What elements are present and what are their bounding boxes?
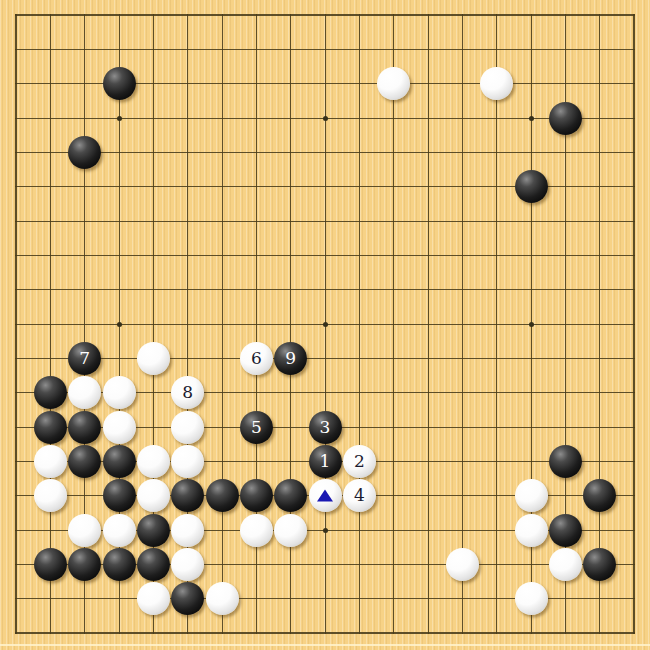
move-number-label: 6 xyxy=(240,342,273,375)
black-stone[interactable]: 7 xyxy=(68,342,101,375)
black-stone[interactable] xyxy=(34,376,67,409)
white-stone[interactable]: 8 xyxy=(171,376,204,409)
white-stone[interactable] xyxy=(34,445,67,478)
black-stone[interactable] xyxy=(103,67,136,100)
white-stone[interactable] xyxy=(68,376,101,409)
go-board[interactable]: 769853124 xyxy=(0,0,650,650)
black-stone[interactable] xyxy=(103,479,136,512)
white-stone[interactable]: 2 xyxy=(343,445,376,478)
white-stone[interactable] xyxy=(240,514,273,547)
black-stone[interactable] xyxy=(68,136,101,169)
black-stone[interactable] xyxy=(583,548,616,581)
white-stone[interactable] xyxy=(309,479,342,512)
grid-vertical-line xyxy=(359,14,360,634)
white-stone[interactable] xyxy=(206,582,239,615)
star-point xyxy=(117,322,122,327)
black-stone[interactable] xyxy=(34,411,67,444)
black-stone[interactable] xyxy=(549,445,582,478)
white-stone[interactable] xyxy=(377,67,410,100)
star-point xyxy=(323,116,328,121)
black-stone[interactable] xyxy=(137,514,170,547)
black-stone[interactable] xyxy=(206,479,239,512)
white-stone[interactable] xyxy=(103,411,136,444)
black-stone[interactable] xyxy=(68,445,101,478)
grid-vertical-line xyxy=(462,14,463,634)
star-point xyxy=(323,322,328,327)
black-stone[interactable] xyxy=(240,479,273,512)
white-stone[interactable] xyxy=(171,411,204,444)
grid-vertical-line xyxy=(633,14,635,634)
white-stone[interactable] xyxy=(103,376,136,409)
move-number-label: 3 xyxy=(309,411,342,444)
board-bottom-edge-highlight xyxy=(0,644,650,646)
star-point xyxy=(529,322,534,327)
white-stone[interactable]: 4 xyxy=(343,479,376,512)
star-point xyxy=(117,116,122,121)
black-stone[interactable] xyxy=(549,102,582,135)
white-stone[interactable] xyxy=(137,479,170,512)
white-stone[interactable] xyxy=(515,479,548,512)
black-stone[interactable] xyxy=(68,411,101,444)
grid-vertical-line xyxy=(599,14,600,634)
black-stone[interactable] xyxy=(34,548,67,581)
white-stone[interactable] xyxy=(137,582,170,615)
move-number-label: 9 xyxy=(274,342,307,375)
star-point xyxy=(323,528,328,533)
white-stone[interactable] xyxy=(137,445,170,478)
black-stone[interactable] xyxy=(171,479,204,512)
black-stone[interactable]: 9 xyxy=(274,342,307,375)
grid-vertical-line xyxy=(496,14,497,634)
white-stone[interactable] xyxy=(171,548,204,581)
white-stone[interactable] xyxy=(171,445,204,478)
white-stone[interactable] xyxy=(480,67,513,100)
white-stone[interactable] xyxy=(549,548,582,581)
triangle-marker-icon xyxy=(317,489,333,501)
grid-horizontal-line xyxy=(15,632,635,634)
black-stone[interactable] xyxy=(68,548,101,581)
white-stone[interactable] xyxy=(446,548,479,581)
black-stone[interactable] xyxy=(171,582,204,615)
move-number-label: 4 xyxy=(343,479,376,512)
star-point xyxy=(529,116,534,121)
move-number-label: 8 xyxy=(171,376,204,409)
grid-vertical-line xyxy=(428,14,429,634)
move-number-label: 5 xyxy=(240,411,273,444)
white-stone[interactable] xyxy=(274,514,307,547)
black-stone[interactable]: 3 xyxy=(309,411,342,444)
black-stone[interactable] xyxy=(137,548,170,581)
black-stone[interactable] xyxy=(549,514,582,547)
black-stone[interactable]: 5 xyxy=(240,411,273,444)
white-stone[interactable] xyxy=(515,582,548,615)
black-stone[interactable] xyxy=(274,479,307,512)
white-stone[interactable] xyxy=(34,479,67,512)
white-stone[interactable]: 6 xyxy=(240,342,273,375)
grid-vertical-line xyxy=(393,14,394,634)
black-stone[interactable] xyxy=(583,479,616,512)
white-stone[interactable] xyxy=(68,514,101,547)
move-number-label: 2 xyxy=(343,445,376,478)
white-stone[interactable] xyxy=(515,514,548,547)
black-stone[interactable]: 1 xyxy=(309,445,342,478)
white-stone[interactable] xyxy=(103,514,136,547)
black-stone[interactable] xyxy=(103,445,136,478)
white-stone[interactable] xyxy=(137,342,170,375)
white-stone[interactable] xyxy=(171,514,204,547)
move-number-label: 1 xyxy=(309,445,342,478)
black-stone[interactable] xyxy=(515,170,548,203)
black-stone[interactable] xyxy=(103,548,136,581)
grid-horizontal-line xyxy=(15,358,635,359)
move-number-label: 7 xyxy=(68,342,101,375)
